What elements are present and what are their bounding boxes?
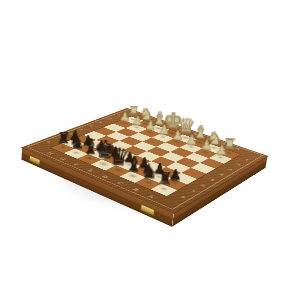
piece-black-rook-a8: ♜: [151, 170, 179, 190]
chess-board: HGFEDCBA HGFEDCBA 12345678 12345678 ♜♞♝♛…: [22, 108, 267, 213]
piece-white-pawn-a2: ♟: [209, 144, 234, 159]
brass-hinge-icon: [141, 205, 154, 216]
camera-roll-wrapper: HGFEDCBA HGFEDCBA 12345678 12345678 ♜♞♝♛…: [0, 0, 292, 292]
perspective-scene: HGFEDCBA HGFEDCBA 12345678 12345678 ♜♞♝♛…: [0, 0, 292, 292]
brass-hinge-icon: [29, 156, 39, 165]
product-photo-stage: HGFEDCBA HGFEDCBA 12345678 12345678 ♜♞♝♛…: [0, 0, 292, 292]
